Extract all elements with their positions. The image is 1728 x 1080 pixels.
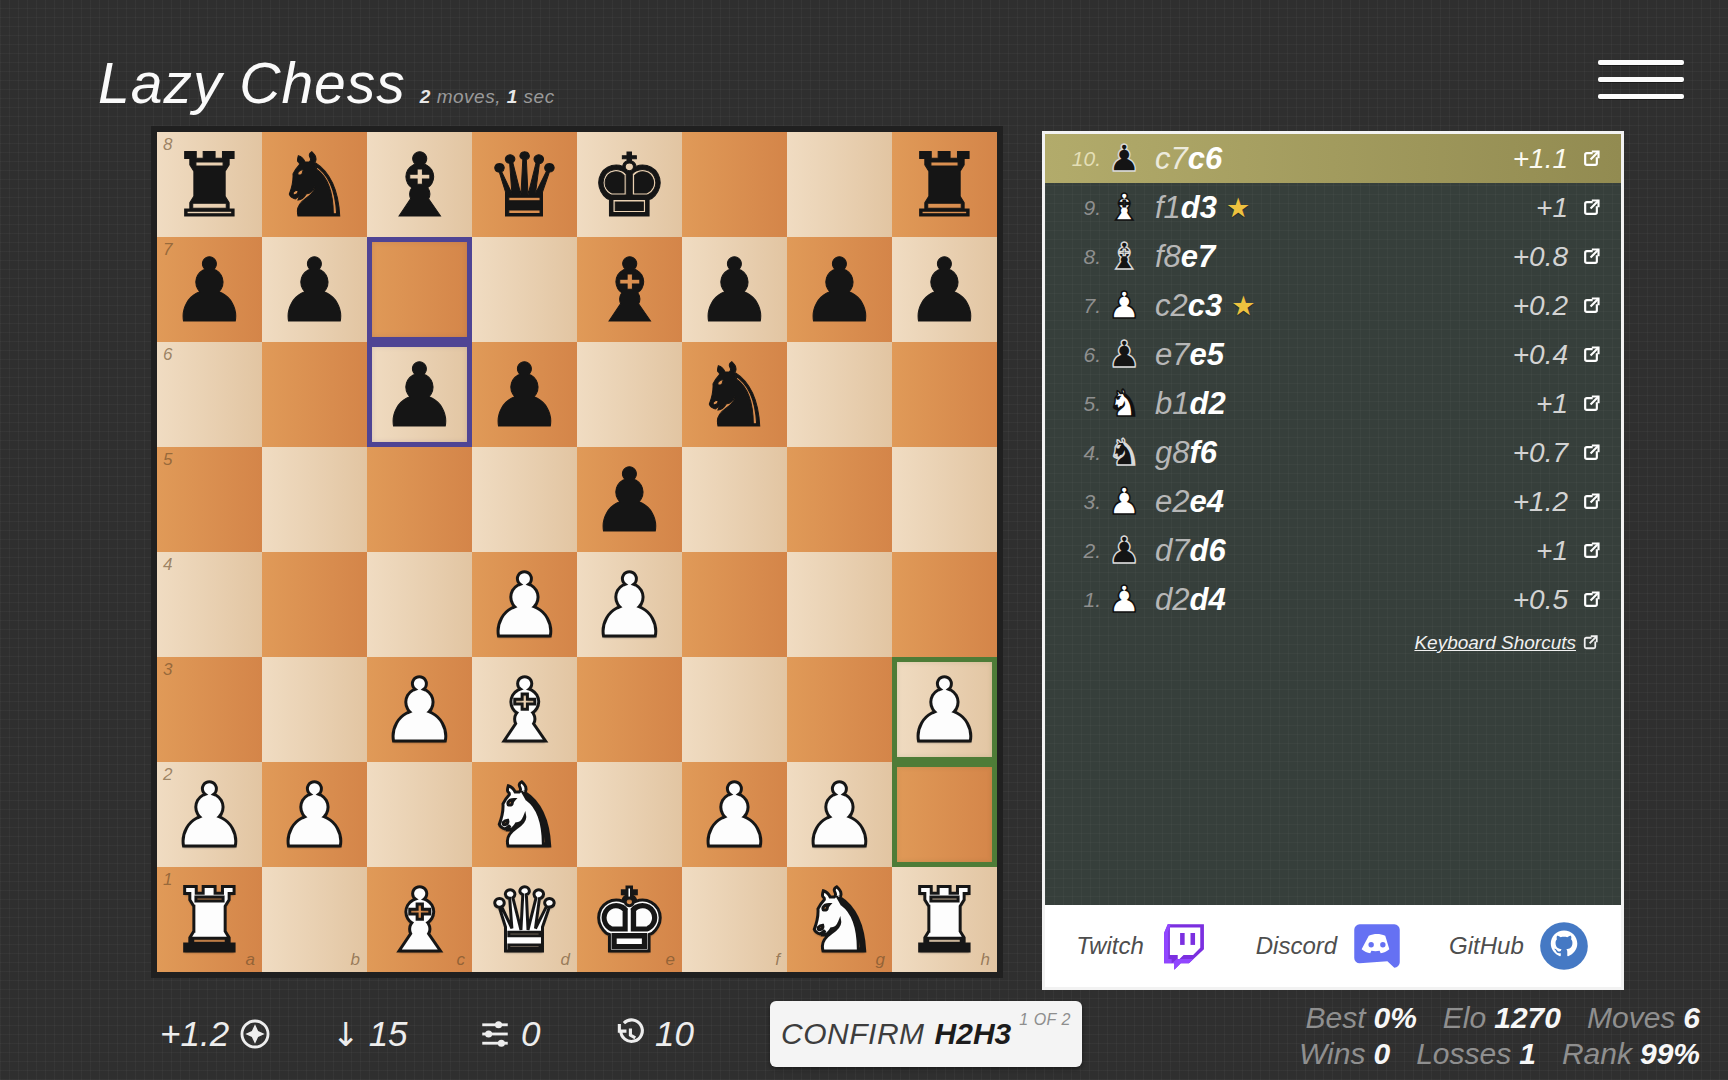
move-text: d7d6 <box>1155 533 1226 569</box>
external-link-icon[interactable] <box>1581 296 1601 316</box>
black-piece-icon: ♝ <box>1101 234 1147 280</box>
move-number: 9. <box>1057 196 1101 220</box>
move-text: c2c3 <box>1155 288 1222 324</box>
move-eval: +0.7 <box>1513 437 1568 469</box>
square-a3[interactable]: 3 <box>157 657 262 762</box>
github-label: GitHub <box>1449 932 1524 960</box>
white-piece-p: ♟ <box>577 552 682 657</box>
square-a7[interactable]: 7♟ <box>157 237 262 342</box>
square-h3[interactable]: ♟ <box>892 657 997 762</box>
menu-hamburger-icon[interactable] <box>1598 60 1686 108</box>
square-e4[interactable]: ♟ <box>577 552 682 657</box>
square-e8[interactable]: ♚ <box>577 132 682 237</box>
white-piece-b: ♝ <box>472 657 577 762</box>
confirm-step-counter: 1 OF 2 <box>1019 1011 1071 1029</box>
move-text: e7e5 <box>1155 337 1224 373</box>
star-icon: ★ <box>1226 192 1250 224</box>
discord-link[interactable]: Discord <box>1256 920 1403 972</box>
move-eval: +0.2 <box>1513 290 1568 322</box>
depth-indicator: ↓ 15 <box>332 1014 408 1054</box>
black-piece-b: ♝ <box>367 132 472 237</box>
black-piece-p: ♟ <box>472 342 577 447</box>
history-clock-icon[interactable] <box>612 1017 646 1051</box>
square-e6[interactable] <box>577 342 682 447</box>
black-piece-n: ♞ <box>682 342 787 447</box>
best-label: Best <box>1305 1001 1365 1034</box>
rank-label: 3 <box>163 660 172 680</box>
square-c2[interactable] <box>367 762 472 867</box>
black-piece-p: ♟ <box>157 237 262 342</box>
square-a4[interactable]: 4 <box>157 552 262 657</box>
square-f3[interactable] <box>682 657 787 762</box>
black-piece-r: ♜ <box>892 132 997 237</box>
keyboard-shortcuts-row: Keyboard Shorcuts <box>1045 624 1621 654</box>
history-indicator: 10 <box>612 1014 694 1054</box>
moves-value: 6 <box>1683 1001 1700 1034</box>
confirm-move-button[interactable]: CONFIRM H2H3 1 OF 2 <box>770 1001 1082 1067</box>
external-link-icon <box>1581 634 1599 652</box>
external-link-icon[interactable] <box>1581 345 1601 365</box>
square-h1[interactable]: h♜ <box>892 867 997 972</box>
file-label: h <box>981 950 990 970</box>
square-c3[interactable]: ♟ <box>367 657 472 762</box>
black-piece-p: ♟ <box>682 237 787 342</box>
rank-label: 5 <box>163 450 172 470</box>
confirm-label: CONFIRM <box>781 1017 924 1051</box>
square-c8[interactable]: ♝ <box>367 132 472 237</box>
depth-value: 15 <box>369 1014 408 1054</box>
square-d3[interactable]: ♝ <box>472 657 577 762</box>
square-c5[interactable] <box>367 447 472 552</box>
compass-icon[interactable] <box>238 1017 272 1051</box>
rank-value: 99% <box>1640 1037 1700 1070</box>
hamburger-bar <box>1598 94 1684 99</box>
hamburger-bar <box>1598 77 1684 82</box>
move-eval: +1 <box>1536 192 1568 224</box>
file-label: a <box>246 950 255 970</box>
square-d4[interactable]: ♟ <box>472 552 577 657</box>
history-value: 10 <box>655 1014 694 1054</box>
white-piece-b: ♝ <box>367 867 472 972</box>
white-piece-p: ♟ <box>367 657 472 762</box>
external-link-icon[interactable] <box>1581 590 1601 610</box>
move-text: d2d4 <box>1155 582 1226 618</box>
black-piece-p: ♟ <box>367 342 472 447</box>
losses-value: 1 <box>1519 1037 1536 1070</box>
white-piece-p: ♟ <box>787 762 892 867</box>
move-text: f8e7 <box>1155 239 1215 275</box>
black-piece-icon: ♟ <box>1101 528 1147 574</box>
file-label: c <box>457 950 466 970</box>
white-piece-p: ♟ <box>157 762 262 867</box>
tune-value: 0 <box>521 1014 540 1054</box>
subtitle-sec-label: sec <box>524 86 555 107</box>
move-text: e2e4 <box>1155 484 1224 520</box>
twitch-icon <box>1158 920 1210 972</box>
square-h7[interactable]: ♟ <box>892 237 997 342</box>
chess-board[interactable]: 8♜♞♝♛♚♜7♟♟♝♟♟♟6♟♟♞5♟4♟♟3♟♝♟2♟♟♞♟♟1a♜bc♝d… <box>151 126 1003 978</box>
rank-label: 8 <box>163 135 172 155</box>
square-h4[interactable] <box>892 552 997 657</box>
elo-value: 1270 <box>1494 1001 1561 1034</box>
move-row-7[interactable]: 7.♟c2c3★+0.2 <box>1045 281 1621 330</box>
losses-label: Losses <box>1416 1037 1511 1070</box>
square-f5[interactable] <box>682 447 787 552</box>
white-piece-n: ♞ <box>472 762 577 867</box>
square-d7[interactable] <box>472 237 577 342</box>
black-piece-icon: ♟ <box>1101 136 1147 182</box>
white-piece-p: ♟ <box>262 762 367 867</box>
move-row-4[interactable]: 4.♞g8f6+0.7 <box>1045 428 1621 477</box>
move-number: 4. <box>1057 441 1101 465</box>
white-piece-r: ♜ <box>892 867 997 972</box>
square-e1[interactable]: e♚ <box>577 867 682 972</box>
square-g8[interactable] <box>787 132 892 237</box>
move-text: f1d3 <box>1155 190 1217 226</box>
square-g5[interactable] <box>787 447 892 552</box>
hamburger-bar <box>1598 60 1684 65</box>
square-g2[interactable]: ♟ <box>787 762 892 867</box>
square-h2[interactable] <box>892 762 997 867</box>
tune-sliders-icon[interactable] <box>478 1017 512 1051</box>
square-f6[interactable]: ♞ <box>682 342 787 447</box>
square-g1[interactable]: g♞ <box>787 867 892 972</box>
white-piece-n: ♞ <box>787 867 892 972</box>
external-link-icon[interactable] <box>1581 492 1601 512</box>
square-f2[interactable]: ♟ <box>682 762 787 867</box>
external-link-icon[interactable] <box>1581 149 1601 169</box>
white-piece-icon: ♟ <box>1101 283 1147 329</box>
square-c1[interactable]: c♝ <box>367 867 472 972</box>
square-d8[interactable]: ♛ <box>472 132 577 237</box>
square-a2[interactable]: 2♟ <box>157 762 262 867</box>
down-arrow-icon: ↓ <box>332 1015 360 1054</box>
tune-indicator: 0 <box>478 1014 540 1054</box>
square-d6[interactable]: ♟ <box>472 342 577 447</box>
square-f7[interactable]: ♟ <box>682 237 787 342</box>
external-link-icon[interactable] <box>1581 247 1601 267</box>
black-piece-icon: ♟ <box>1101 332 1147 378</box>
external-link-icon[interactable] <box>1581 198 1601 218</box>
move-eval: +1 <box>1536 388 1568 420</box>
square-e7[interactable]: ♝ <box>577 237 682 342</box>
move-number: 1. <box>1057 588 1101 612</box>
social-links-bar: Twitch Discord GitHub <box>1045 905 1621 987</box>
black-piece-p: ♟ <box>577 447 682 552</box>
square-d1[interactable]: d♛ <box>472 867 577 972</box>
black-piece-icon: ♞ <box>1101 430 1147 476</box>
square-a8[interactable]: 8♜ <box>157 132 262 237</box>
white-piece-k: ♚ <box>577 867 682 972</box>
move-eval: +1.1 <box>1513 143 1568 175</box>
white-piece-icon: ♞ <box>1101 381 1147 427</box>
move-row-1[interactable]: 1.♟d2d4+0.5 <box>1045 575 1621 624</box>
rank-label: Rank <box>1562 1037 1632 1070</box>
app-subtitle: 2 moves, 1 sec <box>420 86 555 107</box>
move-list: 10.♟c7c6+1.19.♝f1d3★+18.♝f8e7+0.87.♟c2c3… <box>1045 134 1621 624</box>
discord-icon <box>1351 920 1403 972</box>
discord-label: Discord <box>1256 932 1337 960</box>
square-a5[interactable]: 5 <box>157 447 262 552</box>
white-piece-p: ♟ <box>472 552 577 657</box>
square-b4[interactable] <box>262 552 367 657</box>
black-piece-n: ♞ <box>262 132 367 237</box>
square-d5[interactable] <box>472 447 577 552</box>
move-number: 5. <box>1057 392 1101 416</box>
move-text: b1d2 <box>1155 386 1226 422</box>
move-row-6[interactable]: 6.♟e7e5+0.4 <box>1045 330 1621 379</box>
wins-value: 0 <box>1373 1037 1390 1070</box>
move-number: 7. <box>1057 294 1101 318</box>
square-a6[interactable]: 6 <box>157 342 262 447</box>
external-link-icon[interactable] <box>1581 443 1601 463</box>
square-c6[interactable]: ♟ <box>367 342 472 447</box>
white-piece-p: ♟ <box>892 657 997 762</box>
square-b2[interactable]: ♟ <box>262 762 367 867</box>
eval-indicator: +1.2 <box>160 1014 272 1054</box>
star-icon: ★ <box>1231 290 1255 322</box>
rank-label: 4 <box>163 555 172 575</box>
rank-label: 2 <box>163 765 172 785</box>
file-label: e <box>666 950 675 970</box>
square-c4[interactable] <box>367 552 472 657</box>
keyboard-shortcuts-link[interactable]: Keyboard Shorcuts <box>1414 632 1576 654</box>
white-piece-p: ♟ <box>682 762 787 867</box>
square-d2[interactable]: ♞ <box>472 762 577 867</box>
move-text: c7c6 <box>1155 141 1222 177</box>
square-b8[interactable]: ♞ <box>262 132 367 237</box>
file-label: g <box>876 950 885 970</box>
subtitle-moves-value: 2 <box>420 86 431 107</box>
square-a1[interactable]: 1a♜ <box>157 867 262 972</box>
white-piece-q: ♛ <box>472 867 577 972</box>
move-number: 10. <box>1057 147 1101 171</box>
best-value: 0% <box>1373 1001 1416 1034</box>
subtitle-moves-label: moves, <box>437 86 501 107</box>
square-h6[interactable] <box>892 342 997 447</box>
black-piece-p: ♟ <box>892 237 997 342</box>
page-title: Lazy Chess2 moves, 1 sec <box>98 50 555 116</box>
square-e2[interactable] <box>577 762 682 867</box>
black-piece-r: ♜ <box>157 132 262 237</box>
square-b6[interactable] <box>262 342 367 447</box>
black-piece-q: ♛ <box>472 132 577 237</box>
white-piece-r: ♜ <box>157 867 262 972</box>
github-icon <box>1538 920 1590 972</box>
move-row-9[interactable]: 9.♝f1d3★+1 <box>1045 183 1621 232</box>
rank-label: 1 <box>163 870 172 890</box>
black-piece-k: ♚ <box>577 132 682 237</box>
black-piece-p: ♟ <box>262 237 367 342</box>
move-row-5[interactable]: 5.♞b1d2+1 <box>1045 379 1621 428</box>
move-row-2[interactable]: 2.♟d7d6+1 <box>1045 526 1621 575</box>
move-row-8[interactable]: 8.♝f8e7+0.8 <box>1045 232 1621 281</box>
confirm-move-text: H2H3 <box>935 1017 1012 1051</box>
github-link[interactable]: GitHub <box>1449 920 1590 972</box>
file-label: d <box>561 950 570 970</box>
move-number: 2. <box>1057 539 1101 563</box>
eval-value: +1.2 <box>160 1014 229 1054</box>
app-title-text: Lazy Chess <box>98 51 406 115</box>
file-label: b <box>351 950 360 970</box>
file-label: f <box>775 950 780 970</box>
square-c7[interactable] <box>367 237 472 342</box>
square-b5[interactable] <box>262 447 367 552</box>
square-g7[interactable]: ♟ <box>787 237 892 342</box>
square-g6[interactable] <box>787 342 892 447</box>
rank-label: 6 <box>163 345 172 365</box>
square-f1[interactable]: f <box>682 867 787 972</box>
move-number: 3. <box>1057 490 1101 514</box>
twitch-label: Twitch <box>1076 932 1144 960</box>
move-list-panel: 10.♟c7c6+1.19.♝f1d3★+18.♝f8e7+0.87.♟c2c3… <box>1042 131 1624 990</box>
square-e3[interactable] <box>577 657 682 762</box>
move-eval: +0.4 <box>1513 339 1568 371</box>
twitch-link[interactable]: Twitch <box>1076 920 1210 972</box>
stats-line-2: Wins0Losses1Rank99% <box>1273 1036 1700 1072</box>
square-g3[interactable] <box>787 657 892 762</box>
move-eval: +1.2 <box>1513 486 1568 518</box>
square-e5[interactable]: ♟ <box>577 447 682 552</box>
rank-label: 7 <box>163 240 172 260</box>
square-g4[interactable] <box>787 552 892 657</box>
moves-label: Moves <box>1587 1001 1675 1034</box>
player-stats: Best0%Elo1270Moves6 Wins0Losses1Rank99% <box>1273 1000 1700 1072</box>
move-row-10[interactable]: 10.♟c7c6+1.1 <box>1045 134 1621 183</box>
subtitle-sec-value: 1 <box>507 86 518 107</box>
external-link-icon[interactable] <box>1581 394 1601 414</box>
white-piece-icon: ♟ <box>1101 577 1147 623</box>
black-piece-p: ♟ <box>787 237 892 342</box>
move-eval: +0.8 <box>1513 241 1568 273</box>
square-h5[interactable] <box>892 447 997 552</box>
external-link-icon[interactable] <box>1581 541 1601 561</box>
black-piece-b: ♝ <box>577 237 682 342</box>
white-piece-icon: ♝ <box>1101 185 1147 231</box>
square-f8[interactable] <box>682 132 787 237</box>
move-eval: +1 <box>1536 535 1568 567</box>
square-f4[interactable] <box>682 552 787 657</box>
square-h8[interactable]: ♜ <box>892 132 997 237</box>
wins-label: Wins <box>1299 1037 1365 1070</box>
move-number: 8. <box>1057 245 1101 269</box>
square-b7[interactable]: ♟ <box>262 237 367 342</box>
stats-line-1: Best0%Elo1270Moves6 <box>1273 1000 1700 1036</box>
elo-label: Elo <box>1443 1001 1486 1034</box>
square-b1[interactable]: b <box>262 867 367 972</box>
white-piece-icon: ♟ <box>1101 479 1147 525</box>
move-eval: +0.5 <box>1513 584 1568 616</box>
move-number: 6. <box>1057 343 1101 367</box>
square-b3[interactable] <box>262 657 367 762</box>
move-text: g8f6 <box>1155 435 1217 471</box>
move-row-3[interactable]: 3.♟e2e4+1.2 <box>1045 477 1621 526</box>
